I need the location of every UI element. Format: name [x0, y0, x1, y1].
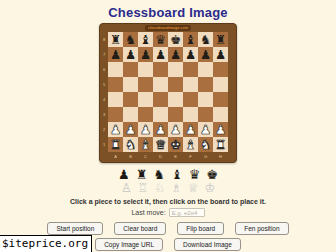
rank-label-1: 1 [100, 137, 108, 152]
board-watermark: chessboardimage.com [145, 25, 191, 31]
square-g5[interactable] [198, 77, 213, 92]
select-white-king[interactable]: ♔ [205, 182, 216, 194]
square-b8[interactable]: ♞ [123, 32, 138, 47]
square-f3[interactable] [183, 107, 198, 122]
button-row-1: Start positionClear boardFlip boardFen p… [47, 222, 288, 235]
file-label-f: F [183, 152, 198, 162]
square-b3[interactable] [123, 107, 138, 122]
square-f1[interactable]: ♝ [183, 137, 198, 152]
square-f5[interactable] [183, 77, 198, 92]
start-position-button[interactable]: Start position [47, 222, 103, 235]
white-rook: ♜ [108, 137, 123, 152]
square-f2[interactable]: ♟ [183, 122, 198, 137]
file-label-d: D [153, 152, 168, 162]
square-a3[interactable] [108, 107, 123, 122]
white-pawn: ♟ [138, 122, 153, 137]
square-d8[interactable]: ♛ [153, 32, 168, 47]
square-b5[interactable] [123, 77, 138, 92]
white-knight: ♞ [198, 137, 213, 152]
file-label-b: B [123, 152, 138, 162]
square-d4[interactable] [153, 92, 168, 107]
select-black-king[interactable]: ♚ [206, 168, 218, 181]
black-pawn: ♟ [213, 47, 228, 62]
rank-label-4: 4 [100, 92, 108, 107]
black-pawn: ♟ [138, 47, 153, 62]
square-e2[interactable]: ♟ [168, 122, 183, 137]
white-queen: ♛ [153, 137, 168, 152]
square-b7[interactable]: ♟ [123, 47, 138, 62]
square-h1[interactable]: ♜ [213, 137, 228, 152]
square-d5[interactable] [153, 77, 168, 92]
rank-labels: 87654321 [100, 32, 108, 152]
white-bishop: ♝ [183, 137, 198, 152]
square-g3[interactable] [198, 107, 213, 122]
square-c3[interactable] [138, 107, 153, 122]
square-e6[interactable] [168, 62, 183, 77]
square-e3[interactable] [168, 107, 183, 122]
rank-label-8: 8 [100, 32, 108, 47]
chessboard: chessboardimage.com 87654321 ♜♞♝♛♚♝♞♜♟♟♟… [99, 23, 237, 163]
square-a1[interactable]: ♜ [108, 137, 123, 152]
last-move-row: Last move: [131, 208, 204, 217]
select-black-pawn[interactable]: ♟ [118, 168, 130, 181]
square-h5[interactable] [213, 77, 228, 92]
square-g6[interactable] [198, 62, 213, 77]
flip-board-button[interactable]: Flip board [177, 222, 224, 235]
select-white-knight[interactable]: ♘ [154, 182, 165, 194]
file-label-a: A [108, 152, 123, 162]
black-bishop: ♝ [183, 32, 198, 47]
square-d3[interactable] [153, 107, 168, 122]
square-a5[interactable] [108, 77, 123, 92]
select-black-bishop[interactable]: ♝ [171, 168, 183, 181]
siteprice-watermark: $iteprice.org [0, 235, 92, 252]
rank-label-3: 3 [100, 107, 108, 122]
black-pawn: ♟ [168, 47, 183, 62]
square-d7[interactable]: ♟ [153, 47, 168, 62]
square-e1[interactable]: ♚ [168, 137, 183, 152]
square-h2[interactable]: ♟ [213, 122, 228, 137]
square-h7[interactable]: ♟ [213, 47, 228, 62]
square-c6[interactable] [138, 62, 153, 77]
white-bishop: ♝ [138, 137, 153, 152]
select-white-rook[interactable]: ♖ [137, 182, 148, 194]
black-knight: ♞ [198, 32, 213, 47]
rank-label-6: 6 [100, 62, 108, 77]
square-c2[interactable]: ♟ [138, 122, 153, 137]
black-pawn: ♟ [108, 47, 123, 62]
copy-image-url-button[interactable]: Copy Image URL [95, 238, 163, 251]
square-g2[interactable]: ♟ [198, 122, 213, 137]
square-e4[interactable] [168, 92, 183, 107]
fen-position-button[interactable]: Fen position [235, 222, 288, 235]
square-b4[interactable] [123, 92, 138, 107]
square-b2[interactable]: ♟ [123, 122, 138, 137]
black-knight: ♞ [123, 32, 138, 47]
white-pawn: ♟ [123, 122, 138, 137]
black-pawn: ♟ [153, 47, 168, 62]
instruction-text: Click a piece to select it, then click o… [70, 198, 266, 205]
white-knight: ♞ [123, 137, 138, 152]
file-label-h: H [213, 152, 228, 162]
page: Chessboard Image chessboardimage.com 876… [0, 0, 336, 251]
button-row-2: Copy Image URLDownload Image [95, 238, 241, 251]
board-grid: ♜♞♝♛♚♝♞♜♟♟♟♟♟♟♟♟♟♟♟♟♟♟♟♟♜♞♝♛♚♝♞♜ [108, 32, 228, 152]
square-a8[interactable]: ♜ [108, 32, 123, 47]
black-rook: ♜ [213, 32, 228, 47]
file-label-g: G [198, 152, 213, 162]
file-labels: ABCDEFGH [108, 152, 228, 162]
square-f6[interactable] [183, 62, 198, 77]
square-e8[interactable]: ♚ [168, 32, 183, 47]
square-a6[interactable] [108, 62, 123, 77]
white-pawn: ♟ [183, 122, 198, 137]
select-black-queen[interactable]: ♛ [189, 168, 201, 181]
square-h6[interactable] [213, 62, 228, 77]
square-d6[interactable] [153, 62, 168, 77]
piece-selector-white: ♙♖♘♗♕♔ [121, 182, 216, 194]
square-h3[interactable] [213, 107, 228, 122]
black-pawn: ♟ [198, 47, 213, 62]
square-e5[interactable] [168, 77, 183, 92]
square-g7[interactable]: ♟ [198, 47, 213, 62]
black-king: ♚ [168, 32, 183, 47]
select-white-bishop[interactable]: ♗ [171, 182, 182, 194]
square-g4[interactable] [198, 92, 213, 107]
white-pawn: ♟ [168, 122, 183, 137]
page-title: Chessboard Image [108, 5, 228, 20]
white-pawn: ♟ [198, 122, 213, 137]
square-c7[interactable]: ♟ [138, 47, 153, 62]
select-black-rook[interactable]: ♜ [136, 168, 148, 181]
black-pawn: ♟ [183, 47, 198, 62]
download-image-button[interactable]: Download Image [174, 238, 241, 251]
square-b1[interactable]: ♞ [123, 137, 138, 152]
rank-label-7: 7 [100, 47, 108, 62]
select-white-pawn[interactable]: ♙ [121, 182, 132, 194]
square-d2[interactable]: ♟ [153, 122, 168, 137]
square-h8[interactable]: ♜ [213, 32, 228, 47]
white-pawn: ♟ [108, 122, 123, 137]
black-rook: ♜ [108, 32, 123, 47]
black-queen: ♛ [153, 32, 168, 47]
white-king: ♚ [168, 137, 183, 152]
black-bishop: ♝ [138, 32, 153, 47]
clear-board-button[interactable]: Clear board [114, 222, 166, 235]
white-rook: ♜ [213, 137, 228, 152]
square-f8[interactable]: ♝ [183, 32, 198, 47]
select-white-queen[interactable]: ♕ [188, 182, 199, 194]
square-h4[interactable] [213, 92, 228, 107]
square-d1[interactable]: ♛ [153, 137, 168, 152]
rank-label-2: 2 [100, 122, 108, 137]
square-f4[interactable] [183, 92, 198, 107]
square-e7[interactable]: ♟ [168, 47, 183, 62]
square-c8[interactable]: ♝ [138, 32, 153, 47]
square-c5[interactable] [138, 77, 153, 92]
square-g8[interactable]: ♞ [198, 32, 213, 47]
file-label-c: C [138, 152, 153, 162]
black-pawn: ♟ [123, 47, 138, 62]
select-black-knight[interactable]: ♞ [153, 168, 165, 181]
piece-selector-black: ♟♜♞♝♛♚ [118, 168, 218, 181]
last-move-label: Last move: [131, 209, 165, 216]
white-pawn: ♟ [153, 122, 168, 137]
square-c1[interactable]: ♝ [138, 137, 153, 152]
square-b6[interactable] [123, 62, 138, 77]
last-move-input[interactable] [169, 208, 205, 217]
square-f7[interactable]: ♟ [183, 47, 198, 62]
white-pawn: ♟ [213, 122, 228, 137]
square-c4[interactable] [138, 92, 153, 107]
file-label-e: E [168, 152, 183, 162]
rank-label-5: 5 [100, 77, 108, 92]
square-a4[interactable] [108, 92, 123, 107]
square-a2[interactable]: ♟ [108, 122, 123, 137]
square-a7[interactable]: ♟ [108, 47, 123, 62]
square-g1[interactable]: ♞ [198, 137, 213, 152]
